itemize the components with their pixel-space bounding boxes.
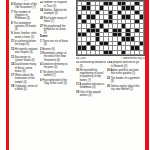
grid-cell: [78, 11, 81, 14]
clue-item: 12 His epistle contains one chapter (4): [11, 48, 38, 54]
clue-number: 8: [11, 21, 12, 24]
grid-cell: [131, 20, 134, 23]
grid-cell: [135, 33, 138, 36]
grid-cell: [135, 37, 138, 40]
grid-cell: [109, 37, 112, 40]
grid-cell: [131, 42, 134, 45]
clue-item: 26 Paul wrote many of these (7): [40, 16, 68, 22]
grid-cell: [122, 29, 125, 32]
grid-cell: [140, 11, 143, 14]
grid-cell: [140, 51, 143, 54]
clue-number: 27: [40, 24, 43, 27]
grid-cell-black: [87, 2, 90, 5]
grid-cell: [96, 2, 99, 5]
grid-cell: [131, 29, 134, 32]
grid-cell: [100, 33, 103, 36]
grid-cell: [113, 11, 116, 14]
clue-number: 3: [40, 52, 41, 55]
clue-number: 9: [11, 32, 12, 35]
clue-number: 4: [40, 63, 41, 66]
clue-item: 14 David wrote many of these; verse musi…: [11, 63, 38, 73]
grid-cell-black: [87, 29, 90, 32]
grid-cell: [78, 42, 81, 45]
grid-cell-black: [126, 37, 129, 40]
clue-item: 11 In authority before the kings (6): [11, 40, 38, 46]
grid-cell-black: [122, 24, 125, 27]
grid-cell: [113, 37, 116, 40]
grid-cell: [140, 6, 143, 9]
grid-cell: [87, 20, 90, 23]
grid-cell: [113, 24, 116, 27]
down-clues-header: Down: [40, 35, 68, 38]
grid-cell: [118, 37, 121, 40]
grid-cell: [122, 46, 125, 49]
grid-cell: [100, 51, 103, 54]
clue-number: 11: [11, 40, 14, 43]
grid-cell-black: [87, 42, 90, 45]
grid-cell-black: [82, 33, 85, 36]
clue-column-4: 19 A prophet directed to go to Nineveh (…: [107, 61, 141, 92]
grid-cell: [140, 46, 143, 49]
clue-number: 26: [40, 16, 43, 19]
grid-cell: [126, 42, 129, 45]
grid-cell: [131, 33, 134, 36]
grid-cell-black: [104, 20, 107, 23]
grid-cell-black: [91, 46, 94, 49]
grid-cell: [87, 11, 90, 14]
grid-cell: [118, 24, 121, 27]
clue-item: 18 Originator, writer of a book (6): [11, 85, 38, 91]
grid-cell-black: [118, 29, 121, 32]
grid-cell: [104, 11, 107, 14]
grid-cell-black: [113, 33, 116, 36]
grid-cell-black: [100, 24, 103, 27]
grid-cell-black: [78, 46, 81, 49]
grid-cell-black: [140, 15, 143, 18]
clue-item: 24 Galilee, Zebulun for example (3): [40, 9, 68, 15]
clue-number: 15: [76, 61, 79, 64]
grid-cell: [78, 29, 81, 32]
grid-cell-black: [104, 51, 107, 54]
grid-cell: [135, 51, 138, 54]
clue-number: 7: [11, 10, 12, 13]
grid-cell-black: [126, 29, 129, 32]
grid-cell-black: [91, 15, 94, 18]
grid-cell: [82, 37, 85, 40]
clue-number: 1: [40, 40, 41, 43]
grid-cell: [87, 37, 90, 40]
grid-cell-black: [131, 6, 134, 9]
grid-cell: [82, 2, 85, 5]
grid-cell: [140, 20, 143, 23]
clue-item: 4 Shortest book of the Old Testament (7): [11, 3, 38, 9]
grid-cell: [131, 51, 134, 54]
grid-cell: [109, 33, 112, 36]
grid-cell: [126, 2, 129, 5]
grid-cell: [131, 24, 134, 27]
grid-cell: [104, 46, 107, 49]
grid-cell: [82, 11, 85, 14]
grid-cell: [78, 24, 81, 27]
grid-cell: [78, 2, 81, 5]
clue-item: 27 He prophesied the birthplace of Jesus…: [40, 24, 68, 34]
grid-cell: [118, 51, 121, 54]
grid-cell: [78, 51, 81, 54]
clue-number: 22: [107, 76, 110, 79]
page-border-left-line: [6, 0, 9, 150]
grid-cell-black: [122, 6, 125, 9]
grid-cell: [113, 46, 116, 49]
grid-cell: [126, 11, 129, 14]
grid-cell: [113, 51, 116, 54]
clue-item: 5 This letter lists the faithful (7): [40, 71, 68, 77]
grid-cell: [82, 51, 85, 54]
grid-cell-black: [118, 42, 121, 45]
crossword-grid: [76, 0, 145, 56]
clue-item: 9 Jesus' brother, who wrote a letter (5): [11, 32, 38, 38]
grid-cell-black: [109, 20, 112, 23]
grid-cell-black: [118, 2, 121, 5]
grid-cell-black: [109, 2, 112, 5]
grid-cell: [118, 46, 121, 49]
grid-cell: [82, 24, 85, 27]
grid-cell: [118, 15, 121, 18]
clue-number: 23: [40, 1, 43, 4]
grid-cell-black: [126, 15, 129, 18]
grid-cell-black: [122, 2, 125, 5]
grid-cell: [140, 33, 143, 36]
grid-cell-black: [104, 42, 107, 45]
byline: by Colin: [76, 57, 86, 60]
grid-cell: [113, 2, 116, 5]
grid-cell-black: [96, 33, 99, 36]
clue-number: 18: [11, 85, 14, 88]
grid-cell: [140, 37, 143, 40]
clue-item: Testament (4): [11, 0, 38, 1]
grid-cell-black: [140, 42, 143, 45]
grid-cell-black: [96, 29, 99, 32]
clue-column-1: Testament (4)4 Shortest book of the Old …: [11, 0, 38, 93]
grid-cell: [87, 33, 90, 36]
grid-cell-black: [118, 11, 121, 14]
grid-cell: [126, 24, 129, 27]
grid-cell: [109, 24, 112, 27]
clue-item: 15 Instituted by Mordecai (5): [76, 61, 106, 67]
grid-cell: [109, 6, 112, 9]
grid-cell: [96, 6, 99, 9]
grid-cell-black: [91, 29, 94, 32]
grid-cell: [91, 11, 94, 14]
grid-cell: [109, 42, 112, 45]
grid-cell-black: [135, 2, 138, 5]
grid-cell: [140, 24, 143, 27]
grid-cell: [100, 15, 103, 18]
clue-column-3: 15 Instituted by Mordecai (5)16 He foret…: [76, 61, 106, 98]
grid-cell: [140, 2, 143, 5]
grid-cell: [100, 37, 103, 40]
clue-item: 4 Donation of money to the poor (4): [40, 63, 68, 69]
grid-cell-black: [78, 33, 81, 36]
grid-cell: [82, 42, 85, 45]
grid-cell: [96, 42, 99, 45]
grid-cell-black: [135, 11, 138, 14]
grid-cell: [104, 24, 107, 27]
grid-cell: [104, 33, 107, 36]
copyright: © BibleHunter.org.uk: [121, 57, 146, 60]
grid-cell: [100, 11, 103, 14]
grid-cell-black: [82, 6, 85, 9]
clue-item: 2 Banner (6): [40, 47, 68, 50]
grid-cell: [91, 42, 94, 45]
grid-cell-black: [87, 6, 90, 9]
clue-number: 25: [107, 84, 110, 87]
grid-cell: [135, 6, 138, 9]
clue-number: 19: [107, 61, 110, 64]
grid-cell-black: [122, 37, 125, 40]
grid-cell-black: [109, 51, 112, 54]
grid-cell: [82, 29, 85, 32]
grid-cell: [78, 6, 81, 9]
grid-cell-black: [82, 46, 85, 49]
grid-cell-black: [91, 24, 94, 27]
clue-item: 25 Joshua writes about this city near Be…: [107, 84, 141, 90]
grid-cell-black: [109, 15, 112, 18]
grid-cell-black: [131, 46, 134, 49]
grid-cell: [91, 20, 94, 23]
grid-cell: [87, 24, 90, 27]
grid-cell: [118, 6, 121, 9]
clue-item: 1 There are six of these (4): [40, 40, 68, 46]
grid-cell: [122, 33, 125, 36]
grid-cell-black: [78, 15, 81, 18]
clue-item: 20 Adam and Eve ate from this in the gar…: [107, 69, 141, 75]
grid-cell-black: [126, 6, 129, 9]
grid-cell-black: [100, 6, 103, 9]
clue-column-2: 23 Number of chapters in Titus (3)24 Gal…: [40, 1, 68, 86]
clue-number: 20: [107, 69, 110, 72]
clue-item: 8 This testament contains 39 books (3): [11, 21, 38, 31]
grid-cell: [113, 20, 116, 23]
grid-cell: [118, 20, 121, 23]
clue-item: 19 A prophet directed to go to Nineveh (…: [107, 61, 141, 67]
grid-cell: [78, 37, 81, 40]
grid-cell: [96, 51, 99, 54]
grid-cell: [126, 51, 129, 54]
clue-number: 24: [40, 9, 43, 12]
grid-cell: [96, 24, 99, 27]
grid-cell: [135, 15, 138, 18]
clue-item: 16 He foretold the regathering of Israel…: [76, 69, 106, 82]
grid-cell-black: [135, 46, 138, 49]
grid-cell: [122, 42, 125, 45]
clue-item: 7 The number of chapters in Philemon (3): [11, 10, 38, 20]
clue-item: 13 Successor to Queen Vashti (6): [11, 55, 38, 61]
grid-cell-black: [100, 42, 103, 45]
grid-cell: [91, 33, 94, 36]
grid-cell-black: [135, 29, 138, 32]
clue-item: 22 The border of a garment (3): [107, 76, 141, 82]
clue-number: 17: [11, 74, 14, 77]
grid-cell: [78, 20, 81, 23]
grid-cell: [135, 42, 138, 45]
grid-cell: [109, 46, 112, 49]
grid-cell: [87, 51, 90, 54]
clue-number: 4: [11, 3, 12, 6]
grid-cell: [122, 20, 125, 23]
grid-cell: [100, 46, 103, 49]
grid-cell-black: [82, 20, 85, 23]
grid-cell: [96, 20, 99, 23]
grid-cell: [104, 6, 107, 9]
clue-number: 2: [40, 47, 41, 50]
grid-cell: [113, 6, 116, 9]
grid-cell: [109, 29, 112, 32]
grid-cell: [100, 2, 103, 5]
clue-item: 18 One of the gospel writers (4): [76, 91, 106, 97]
grid-cell: [113, 42, 116, 45]
grid-cell: [126, 46, 129, 49]
grid-cell: [82, 15, 85, 18]
clue-item: 17 A prophet who was a herdsman (4): [76, 83, 106, 89]
grid-cell-black: [113, 29, 116, 32]
clue-number: 17: [76, 83, 79, 86]
grid-cell: [140, 29, 143, 32]
grid-cell-black: [96, 37, 99, 40]
clue-item: 3 Revelation comes at the end of the New…: [40, 52, 68, 62]
grid-cell: [126, 20, 129, 23]
grid-cell: [104, 15, 107, 18]
grid-cell: [91, 51, 94, 54]
grid-cell: [131, 15, 134, 18]
grid-cell-black: [87, 15, 90, 18]
clue-number: 5: [40, 71, 41, 74]
grid-cell: [104, 37, 107, 40]
grid-cell-black: [118, 33, 121, 36]
grid-cell-black: [104, 2, 107, 5]
grid-cell-black: [109, 11, 112, 14]
clue-number: 12: [11, 48, 14, 51]
grid-cell-black: [122, 51, 125, 54]
grid-cell-black: [131, 37, 134, 40]
grid-cell: [91, 2, 94, 5]
crossword-page: by Colin © BibleHunter.org.uk Testament …: [0, 0, 150, 150]
clue-number: 18: [76, 91, 79, 94]
grid-cell: [91, 6, 94, 9]
grid-cell-black: [104, 29, 107, 32]
grid-cell: [96, 15, 99, 18]
grid-cell-black: [126, 33, 129, 36]
grid-cell: [122, 11, 125, 14]
clue-number: 16: [76, 69, 79, 72]
grid-cell: [87, 46, 90, 49]
grid-cell-black: [122, 15, 125, 18]
clue-item: 17 Wrote about the restoration of the te…: [11, 74, 38, 84]
clue-item: 23 Number of chapters in Titus (3): [40, 1, 68, 7]
grid-cell: [135, 24, 138, 27]
grid-footer: by Colin © BibleHunter.org.uk: [76, 57, 145, 60]
grid-cell: [100, 20, 103, 23]
grid-cell: [131, 11, 134, 14]
grid-cell-black: [96, 11, 99, 14]
grid-cell: [100, 29, 103, 32]
clue-number: 13: [11, 55, 14, 58]
grid-cell: [113, 15, 116, 18]
grid-cell: [131, 2, 134, 5]
grid-cell: [91, 37, 94, 40]
clue-number: 14: [11, 63, 14, 66]
grid-cell-black: [135, 20, 138, 23]
clue-number: 6: [40, 78, 41, 81]
clue-item: 6 He prophesied of the 'Day of the Lord'…: [40, 78, 68, 84]
grid-cell: [96, 46, 99, 49]
page-border-right-line: [145, 0, 149, 150]
